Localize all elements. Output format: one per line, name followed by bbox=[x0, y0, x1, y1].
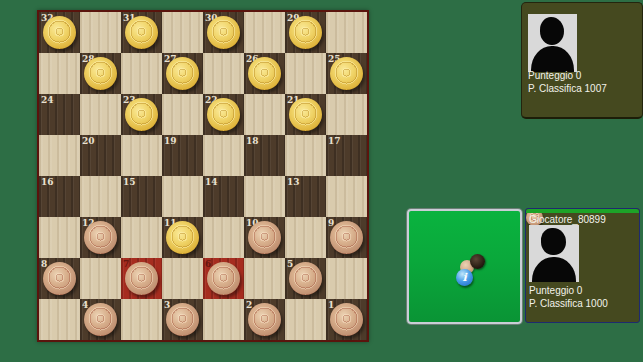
square-light bbox=[121, 299, 162, 340]
square-light bbox=[203, 217, 244, 258]
square-20[interactable]: 20 bbox=[80, 135, 121, 176]
square-3[interactable]: 3 bbox=[162, 299, 203, 340]
yellow-piece[interactable] bbox=[330, 57, 363, 90]
square-8[interactable]: 8 bbox=[39, 258, 80, 299]
square-number: 18 bbox=[246, 136, 259, 146]
square-16[interactable]: 16 bbox=[39, 176, 80, 217]
square-number: 13 bbox=[287, 177, 300, 187]
tan-piece[interactable] bbox=[84, 303, 117, 336]
square-6[interactable]: 6 bbox=[203, 258, 244, 299]
square-1[interactable]: 1 bbox=[326, 299, 367, 340]
square-13[interactable]: 13 bbox=[285, 176, 326, 217]
square-light bbox=[203, 53, 244, 94]
square-light bbox=[80, 94, 121, 135]
square-light bbox=[203, 135, 244, 176]
square-5[interactable]: 5 bbox=[285, 258, 326, 299]
turn-indicator bbox=[526, 209, 639, 213]
game-info-panel[interactable]: i bbox=[407, 209, 522, 324]
square-25[interactable]: 25 bbox=[326, 53, 367, 94]
tan-piece[interactable] bbox=[125, 262, 158, 295]
square-light bbox=[285, 135, 326, 176]
square-14[interactable]: 14 bbox=[203, 176, 244, 217]
square-light bbox=[244, 94, 285, 135]
yellow-piece[interactable] bbox=[207, 16, 240, 49]
square-32[interactable]: 32 bbox=[39, 12, 80, 53]
square-15[interactable]: 15 bbox=[121, 176, 162, 217]
square-17[interactable]: 17 bbox=[326, 135, 367, 176]
square-number: 14 bbox=[205, 177, 218, 187]
avatar-shoulders bbox=[531, 46, 574, 72]
bottom-player-panel: Giocatore_80899 Punteggio 0 P. Classific… bbox=[525, 208, 640, 323]
square-9[interactable]: 9 bbox=[326, 217, 367, 258]
bottom-player-rating: P. Classifica 1000 bbox=[529, 298, 608, 310]
square-22[interactable]: 22 bbox=[203, 94, 244, 135]
square-2[interactable]: 2 bbox=[244, 299, 285, 340]
square-light bbox=[121, 53, 162, 94]
square-light bbox=[162, 176, 203, 217]
square-light bbox=[121, 217, 162, 258]
square-27[interactable]: 27 bbox=[162, 53, 203, 94]
bottom-player-name: Giocatore_80899 bbox=[529, 214, 606, 225]
square-29[interactable]: 29 bbox=[285, 12, 326, 53]
yellow-piece[interactable] bbox=[289, 98, 322, 131]
square-light bbox=[162, 12, 203, 53]
square-28[interactable]: 28 bbox=[80, 53, 121, 94]
tan-piece[interactable] bbox=[289, 262, 322, 295]
square-light bbox=[326, 12, 367, 53]
yellow-piece[interactable] bbox=[166, 57, 199, 90]
top-player-panel: Punteggio 0 P. Classifica 1007 bbox=[521, 2, 643, 119]
square-light bbox=[162, 258, 203, 299]
square-number: 19 bbox=[164, 136, 177, 146]
black-checker-icon bbox=[470, 254, 485, 269]
tan-piece[interactable] bbox=[330, 221, 363, 254]
square-19[interactable]: 19 bbox=[162, 135, 203, 176]
square-26[interactable]: 26 bbox=[244, 53, 285, 94]
square-number: 20 bbox=[82, 136, 95, 146]
square-30[interactable]: 30 bbox=[203, 12, 244, 53]
top-player-score: Punteggio 0 bbox=[528, 70, 581, 82]
square-light bbox=[80, 176, 121, 217]
bottom-player-score: Punteggio 0 bbox=[529, 285, 582, 297]
square-light bbox=[80, 12, 121, 53]
avatar bbox=[529, 225, 579, 282]
tan-piece[interactable] bbox=[248, 303, 281, 336]
square-light bbox=[162, 94, 203, 135]
square-21[interactable]: 21 bbox=[285, 94, 326, 135]
square-number: 17 bbox=[328, 136, 341, 146]
square-light bbox=[326, 176, 367, 217]
square-light bbox=[326, 258, 367, 299]
square-number: 16 bbox=[41, 177, 54, 187]
square-light bbox=[39, 217, 80, 258]
square-light bbox=[39, 53, 80, 94]
top-player-rating: P. Classifica 1007 bbox=[528, 83, 607, 95]
square-light bbox=[285, 217, 326, 258]
avatar-head bbox=[540, 17, 565, 45]
square-light bbox=[285, 53, 326, 94]
yellow-piece[interactable] bbox=[43, 16, 76, 49]
yellow-piece[interactable] bbox=[166, 221, 199, 254]
tan-piece[interactable] bbox=[43, 262, 76, 295]
tan-piece[interactable] bbox=[248, 221, 281, 254]
square-number: 24 bbox=[41, 95, 54, 105]
board: 3231302928272625242322212019181716151413… bbox=[37, 10, 369, 342]
square-11[interactable]: 11 bbox=[162, 217, 203, 258]
square-light bbox=[244, 258, 285, 299]
square-10[interactable]: 10 bbox=[244, 217, 285, 258]
yellow-piece[interactable] bbox=[289, 16, 322, 49]
square-light bbox=[203, 299, 244, 340]
square-31[interactable]: 31 bbox=[121, 12, 162, 53]
yellow-piece[interactable] bbox=[248, 57, 281, 90]
avatar bbox=[528, 14, 577, 72]
square-light bbox=[285, 299, 326, 340]
info-icon[interactable]: i bbox=[456, 269, 473, 286]
square-light bbox=[39, 299, 80, 340]
square-number: 15 bbox=[123, 177, 136, 187]
tan-piece[interactable] bbox=[330, 303, 363, 336]
square-7[interactable]: 7 bbox=[121, 258, 162, 299]
square-18[interactable]: 18 bbox=[244, 135, 285, 176]
square-12[interactable]: 12 bbox=[80, 217, 121, 258]
square-4[interactable]: 4 bbox=[80, 299, 121, 340]
tan-piece[interactable] bbox=[84, 221, 117, 254]
square-light bbox=[121, 135, 162, 176]
yellow-piece[interactable] bbox=[125, 98, 158, 131]
yellow-piece[interactable] bbox=[125, 16, 158, 49]
square-light bbox=[326, 94, 367, 135]
avatar-shoulders bbox=[532, 257, 576, 282]
yellow-piece[interactable] bbox=[207, 98, 240, 131]
square-23[interactable]: 23 bbox=[121, 94, 162, 135]
square-24[interactable]: 24 bbox=[39, 94, 80, 135]
yellow-piece[interactable] bbox=[84, 57, 117, 90]
square-light bbox=[39, 135, 80, 176]
tan-piece[interactable] bbox=[166, 303, 199, 336]
avatar-head bbox=[541, 228, 566, 255]
square-light bbox=[244, 12, 285, 53]
square-light bbox=[80, 258, 121, 299]
tan-piece[interactable] bbox=[207, 262, 240, 295]
square-light bbox=[244, 176, 285, 217]
